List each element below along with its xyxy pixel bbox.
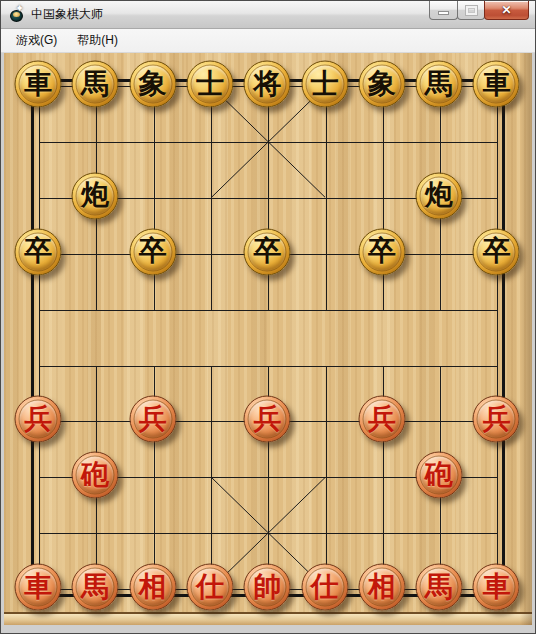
piece-red-soldier[interactable]: 兵	[244, 396, 291, 443]
piece-black-elephant[interactable]: 象	[358, 61, 405, 108]
piece-red-rook[interactable]: 車	[473, 564, 520, 611]
piece-character: 車	[482, 69, 510, 97]
piece-character: 馬	[425, 572, 453, 600]
piece-black-rook[interactable]: 車	[473, 61, 520, 108]
piece-black-cannon[interactable]: 炮	[416, 172, 463, 219]
piece-character: 士	[196, 69, 224, 97]
piece-character: 砲	[81, 460, 109, 488]
sparkle-icon: ✦	[15, 3, 24, 14]
piece-red-soldier[interactable]: 兵	[15, 396, 62, 443]
piece-black-advisor[interactable]: 士	[186, 61, 233, 108]
titlebar[interactable]: ✦ 中国象棋大师 ✕	[1, 1, 535, 29]
piece-red-advisor[interactable]: 仕	[186, 564, 233, 611]
piece-character: 象	[139, 69, 167, 97]
piece-black-general[interactable]: 将	[244, 61, 291, 108]
grid-line	[383, 86, 384, 311]
piece-character: 兵	[368, 404, 396, 432]
piece-black-soldier[interactable]: 卒	[15, 228, 62, 275]
piece-red-cannon[interactable]: 砲	[72, 452, 119, 499]
grid-line	[154, 86, 155, 311]
piece-black-soldier[interactable]: 卒	[358, 228, 405, 275]
xiangqi-piece-icon: ✦	[9, 7, 25, 23]
piece-red-elephant[interactable]: 相	[358, 564, 405, 611]
piece-character: 卒	[253, 237, 281, 265]
piece-character: 卒	[24, 237, 52, 265]
piece-character: 仕	[196, 572, 224, 600]
piece-black-cannon[interactable]: 炮	[72, 172, 119, 219]
piece-character: 車	[24, 69, 52, 97]
piece-character: 砲	[425, 460, 453, 488]
piece-red-horse[interactable]: 馬	[416, 564, 463, 611]
piece-character: 士	[311, 69, 339, 97]
piece-character: 馬	[425, 69, 453, 97]
close-button[interactable]: ✕	[484, 1, 529, 20]
window-title: 中国象棋大师	[31, 6, 103, 23]
piece-red-advisor[interactable]: 仕	[301, 564, 348, 611]
board-bottom-edge	[4, 612, 532, 625]
piece-black-horse[interactable]: 馬	[416, 61, 463, 108]
piece-red-cannon[interactable]: 砲	[416, 452, 463, 499]
minimize-icon	[438, 11, 449, 15]
piece-character: 兵	[139, 404, 167, 432]
menu-bar: 游戏(G) 帮助(H)	[1, 29, 535, 53]
piece-red-horse[interactable]: 馬	[72, 564, 119, 611]
piece-black-rook[interactable]: 車	[15, 61, 62, 108]
piece-red-soldier[interactable]: 兵	[473, 396, 520, 443]
app-window: ✦ 中国象棋大师 ✕ 游戏(G) 帮助(H) 車馬象士将士象馬車炮炮卒卒卒卒卒兵…	[0, 0, 536, 634]
piece-character: 車	[482, 572, 510, 600]
piece-character: 仕	[311, 572, 339, 600]
piece-character: 将	[253, 69, 281, 97]
piece-character: 兵	[482, 404, 510, 432]
menu-game[interactable]: 游戏(G)	[8, 29, 65, 52]
piece-character: 炮	[81, 181, 109, 209]
piece-character: 卒	[139, 237, 167, 265]
piece-character: 炮	[425, 181, 453, 209]
piece-red-soldier[interactable]: 兵	[129, 396, 176, 443]
piece-character: 兵	[253, 404, 281, 432]
close-icon: ✕	[501, 4, 511, 16]
maximize-icon	[466, 6, 477, 15]
piece-character: 車	[24, 572, 52, 600]
piece-black-soldier[interactable]: 卒	[473, 228, 520, 275]
menu-help[interactable]: 帮助(H)	[69, 29, 126, 52]
piece-black-advisor[interactable]: 士	[301, 61, 348, 108]
piece-character: 兵	[24, 404, 52, 432]
grid-line	[39, 86, 40, 590]
piece-character: 相	[139, 572, 167, 600]
piece-character: 相	[368, 572, 396, 600]
grid-line	[497, 86, 498, 590]
piece-red-soldier[interactable]: 兵	[358, 396, 405, 443]
piece-red-elephant[interactable]: 相	[129, 564, 176, 611]
piece-red-general[interactable]: 帥	[244, 564, 291, 611]
piece-character: 卒	[368, 237, 396, 265]
piece-character: 馬	[81, 572, 109, 600]
window-controls: ✕	[430, 1, 529, 20]
maximize-button[interactable]	[457, 1, 485, 20]
piece-black-soldier[interactable]: 卒	[244, 228, 291, 275]
piece-character: 象	[368, 69, 396, 97]
piece-character: 帥	[253, 572, 281, 600]
piece-character: 卒	[482, 237, 510, 265]
grid-line	[326, 86, 327, 311]
piece-character: 馬	[81, 69, 109, 97]
minimize-button[interactable]	[429, 1, 458, 20]
xiangqi-board[interactable]: 車馬象士将士象馬車炮炮卒卒卒卒卒兵兵兵兵兵砲砲車馬相仕帥仕相馬車	[4, 53, 532, 625]
piece-black-horse[interactable]: 馬	[72, 61, 119, 108]
piece-black-elephant[interactable]: 象	[129, 61, 176, 108]
piece-black-soldier[interactable]: 卒	[129, 228, 176, 275]
grid-line	[326, 366, 327, 591]
piece-red-rook[interactable]: 車	[15, 564, 62, 611]
